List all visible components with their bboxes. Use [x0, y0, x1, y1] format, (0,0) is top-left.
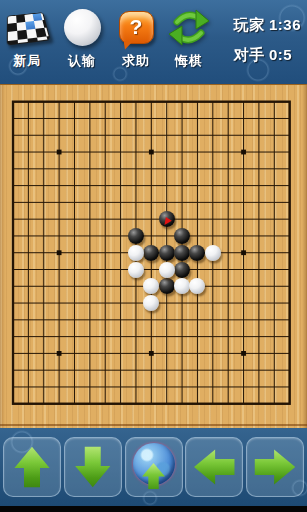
opponent-timer: 对手 0:5 — [234, 40, 301, 70]
up-arrow-icon — [12, 445, 52, 489]
star-point — [241, 351, 246, 356]
new-game-button[interactable]: 新局 — [1, 4, 53, 82]
bottom-black-strip — [0, 506, 307, 512]
white-stone — [159, 262, 175, 278]
help-bubble-icon: ? — [119, 11, 154, 44]
star-point — [57, 351, 62, 356]
undo-label: 悔棋 — [163, 52, 215, 70]
player-label: 玩家 — [234, 16, 265, 33]
player-time: 1:36 — [269, 16, 301, 33]
white-stone — [128, 245, 144, 261]
nav-left-button[interactable] — [185, 437, 243, 497]
down-arrow-icon — [73, 445, 113, 489]
undo-button[interactable]: 悔棋 — [163, 4, 215, 82]
star-point — [241, 150, 246, 155]
white-stone-icon — [64, 9, 101, 46]
player-timer: 玩家 1:36 — [234, 10, 301, 40]
left-arrow-icon — [192, 447, 236, 487]
board-bottom-edge — [0, 424, 307, 426]
nav-right-button[interactable] — [246, 437, 304, 497]
nav-globe-button[interactable] — [125, 437, 183, 497]
black-stone — [159, 245, 175, 261]
black-stone — [174, 228, 190, 244]
new-game-label: 新局 — [1, 52, 53, 70]
star-point — [149, 150, 154, 155]
opponent-time: 0:5 — [269, 46, 292, 63]
last-move-marker — [159, 211, 175, 227]
resign-label: 认输 — [56, 52, 108, 70]
game-board[interactable] — [0, 84, 307, 429]
bottom-toolbar — [0, 428, 307, 506]
timer-block: 玩家 1:36 对手 0:5 — [234, 10, 301, 70]
new-game-checkerboard-icon — [7, 12, 51, 45]
star-point — [149, 351, 154, 356]
question-mark: ? — [130, 15, 143, 39]
star-point — [241, 250, 246, 255]
black-stone — [128, 228, 144, 244]
white-stone — [128, 262, 144, 278]
help-label: 求助 — [110, 52, 162, 70]
white-stone — [205, 245, 221, 261]
right-arrow-icon — [253, 447, 297, 487]
app-screen: 新局 认输 ? 求助 — [0, 0, 307, 512]
black-stone — [143, 245, 159, 261]
undo-recycle-icon — [168, 6, 210, 48]
nav-down-button[interactable] — [64, 437, 122, 497]
top-toolbar: 新局 认输 ? 求助 — [0, 0, 307, 85]
star-point — [57, 150, 62, 155]
black-stone — [159, 211, 175, 227]
nav-up-button[interactable] — [3, 437, 61, 497]
opponent-label: 对手 — [234, 46, 265, 63]
black-stone — [159, 278, 175, 294]
black-stone — [174, 262, 190, 278]
black-stone — [174, 245, 190, 261]
help-button[interactable]: ? 求助 — [110, 4, 162, 82]
star-point — [57, 250, 62, 255]
resign-button[interactable]: 认输 — [56, 4, 108, 82]
